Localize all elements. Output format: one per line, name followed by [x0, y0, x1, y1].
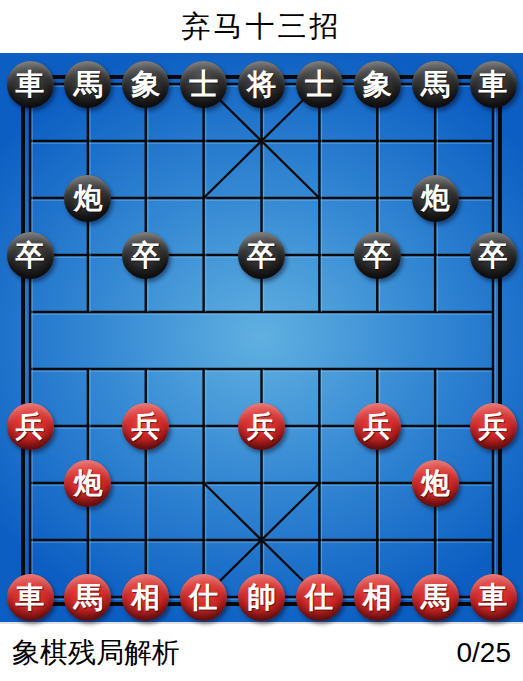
xiangqi-app: 弃马十三招 車馬象士将士象馬車炮炮卒卒卒卒卒兵兵兵兵兵炮炮車馬相仕帥仕相馬車 象… [0, 0, 523, 681]
move-counter: 0/25 [457, 637, 512, 669]
piece-black-chariot[interactable]: 車 [7, 61, 54, 108]
piece-black-general[interactable]: 将 [238, 61, 285, 108]
xiangqi-board[interactable]: 車馬象士将士象馬車炮炮卒卒卒卒卒兵兵兵兵兵炮炮車馬相仕帥仕相馬車 [0, 53, 523, 622]
piece-red-cannon[interactable]: 炮 [412, 460, 459, 507]
piece-black-advisor[interactable]: 士 [180, 61, 227, 108]
piece-black-soldier[interactable]: 卒 [470, 232, 517, 279]
piece-black-advisor[interactable]: 士 [296, 61, 343, 108]
piece-red-horse[interactable]: 馬 [64, 574, 111, 621]
piece-red-soldier[interactable]: 兵 [7, 403, 54, 450]
piece-black-elephant[interactable]: 象 [122, 61, 169, 108]
piece-red-elephant[interactable]: 相 [354, 574, 401, 621]
piece-red-chariot[interactable]: 車 [7, 574, 54, 621]
status-bar: 象棋残局解析 0/25 [0, 622, 523, 681]
piece-black-cannon[interactable]: 炮 [64, 175, 111, 222]
piece-red-cannon[interactable]: 炮 [64, 460, 111, 507]
piece-red-soldier[interactable]: 兵 [122, 403, 169, 450]
piece-red-general[interactable]: 帥 [238, 574, 285, 621]
status-label: 象棋残局解析 [12, 634, 180, 672]
piece-black-soldier[interactable]: 卒 [354, 232, 401, 279]
page-title: 弃马十三招 [182, 7, 342, 47]
piece-black-cannon[interactable]: 炮 [412, 175, 459, 222]
piece-black-soldier[interactable]: 卒 [7, 232, 54, 279]
piece-red-soldier[interactable]: 兵 [354, 403, 401, 450]
piece-black-elephant[interactable]: 象 [354, 61, 401, 108]
piece-red-advisor[interactable]: 仕 [180, 574, 227, 621]
piece-black-chariot[interactable]: 車 [470, 61, 517, 108]
piece-red-chariot[interactable]: 車 [470, 574, 517, 621]
piece-red-soldier[interactable]: 兵 [238, 403, 285, 450]
piece-black-soldier[interactable]: 卒 [238, 232, 285, 279]
piece-black-soldier[interactable]: 卒 [122, 232, 169, 279]
piece-red-soldier[interactable]: 兵 [470, 403, 517, 450]
piece-red-advisor[interactable]: 仕 [296, 574, 343, 621]
piece-red-elephant[interactable]: 相 [122, 574, 169, 621]
title-bar: 弃马十三招 [0, 0, 523, 53]
piece-red-horse[interactable]: 馬 [412, 574, 459, 621]
piece-black-horse[interactable]: 馬 [64, 61, 111, 108]
piece-black-horse[interactable]: 馬 [412, 61, 459, 108]
board-grid-lines [0, 53, 523, 622]
